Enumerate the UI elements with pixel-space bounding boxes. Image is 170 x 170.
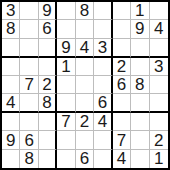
cell-r1c6[interactable]	[94, 2, 112, 20]
cell-r2c9[interactable]: 4	[150, 20, 168, 38]
cell-r7c5[interactable]: 2	[76, 113, 94, 131]
sudoku-board: 39818694943123726848672496728641	[0, 0, 170, 170]
cell-r1c7[interactable]	[113, 2, 131, 20]
cell-r8c7[interactable]: 7	[113, 131, 131, 149]
cell-r3c1[interactable]	[2, 39, 20, 58]
cell-r6c3[interactable]: 8	[39, 94, 57, 113]
cell-r3c5[interactable]: 4	[76, 39, 94, 58]
cell-r4c1[interactable]	[2, 58, 20, 76]
cell-r3c7[interactable]	[113, 39, 131, 58]
cell-r9c3[interactable]	[39, 150, 57, 168]
cell-r7c2[interactable]	[20, 113, 38, 131]
cell-r9c7[interactable]: 4	[113, 150, 131, 168]
cell-r2c3[interactable]: 6	[39, 20, 57, 38]
cell-r5c1[interactable]	[2, 76, 20, 94]
cell-r1c4[interactable]	[57, 2, 75, 20]
cell-r5c4[interactable]	[57, 76, 75, 94]
cell-r5c2[interactable]: 7	[20, 76, 38, 94]
cell-r4c5[interactable]	[76, 58, 94, 76]
cell-r9c4[interactable]	[57, 150, 75, 168]
cell-r7c3[interactable]	[39, 113, 57, 131]
cell-r4c4[interactable]: 1	[57, 58, 75, 76]
cell-r6c2[interactable]	[20, 94, 38, 113]
cell-r2c6[interactable]	[94, 20, 112, 38]
cell-r1c8[interactable]: 1	[131, 2, 149, 20]
cell-r6c6[interactable]: 6	[94, 94, 112, 113]
cell-r6c9[interactable]	[150, 94, 168, 113]
cell-r7c8[interactable]	[131, 113, 149, 131]
cell-r1c5[interactable]: 8	[76, 2, 94, 20]
cell-r3c4[interactable]: 9	[57, 39, 75, 58]
cell-r4c6[interactable]	[94, 58, 112, 76]
cell-r6c1[interactable]: 4	[2, 94, 20, 113]
cell-r4c8[interactable]	[131, 58, 149, 76]
cell-r9c9[interactable]: 1	[150, 150, 168, 168]
cell-r6c7[interactable]	[113, 94, 131, 113]
cell-r3c3[interactable]	[39, 39, 57, 58]
cell-r7c4[interactable]: 7	[57, 113, 75, 131]
cell-r2c4[interactable]	[57, 20, 75, 38]
cell-r1c9[interactable]	[150, 2, 168, 20]
cell-r5c3[interactable]: 2	[39, 76, 57, 94]
cell-r1c1[interactable]: 3	[2, 2, 20, 20]
cell-r5c5[interactable]	[76, 76, 94, 94]
cell-r5c8[interactable]: 8	[131, 76, 149, 94]
cell-r2c7[interactable]	[113, 20, 131, 38]
cell-r8c2[interactable]: 6	[20, 131, 38, 149]
cell-r8c6[interactable]	[94, 131, 112, 149]
cell-r4c2[interactable]	[20, 58, 38, 76]
cell-r2c1[interactable]: 8	[2, 20, 20, 38]
cell-r7c7[interactable]	[113, 113, 131, 131]
cell-r8c8[interactable]	[131, 131, 149, 149]
cell-r4c9[interactable]: 3	[150, 58, 168, 76]
cell-r6c5[interactable]	[76, 94, 94, 113]
cell-r5c9[interactable]	[150, 76, 168, 94]
cell-r9c2[interactable]: 8	[20, 150, 38, 168]
cell-r9c6[interactable]	[94, 150, 112, 168]
cell-r3c8[interactable]	[131, 39, 149, 58]
cell-r7c9[interactable]	[150, 113, 168, 131]
cell-r2c2[interactable]	[20, 20, 38, 38]
cell-r2c5[interactable]	[76, 20, 94, 38]
cell-r6c4[interactable]	[57, 94, 75, 113]
cell-r3c9[interactable]	[150, 39, 168, 58]
cell-r8c4[interactable]	[57, 131, 75, 149]
cell-r1c2[interactable]	[20, 2, 38, 20]
cell-r6c8[interactable]	[131, 94, 149, 113]
cell-r8c1[interactable]: 9	[2, 131, 20, 149]
cell-r8c3[interactable]	[39, 131, 57, 149]
cell-r7c1[interactable]	[2, 113, 20, 131]
cell-r2c8[interactable]: 9	[131, 20, 149, 38]
cell-r5c6[interactable]	[94, 76, 112, 94]
cell-r3c6[interactable]: 3	[94, 39, 112, 58]
cell-r9c1[interactable]	[2, 150, 20, 168]
cell-r9c8[interactable]	[131, 150, 149, 168]
cell-r5c7[interactable]: 6	[113, 76, 131, 94]
cell-r9c5[interactable]: 6	[76, 150, 94, 168]
cell-r7c6[interactable]: 4	[94, 113, 112, 131]
cell-r4c7[interactable]: 2	[113, 58, 131, 76]
cell-r3c2[interactable]	[20, 39, 38, 58]
cell-r8c5[interactable]	[76, 131, 94, 149]
cell-r1c3[interactable]: 9	[39, 2, 57, 20]
cell-r4c3[interactable]	[39, 58, 57, 76]
cell-r8c9[interactable]: 2	[150, 131, 168, 149]
